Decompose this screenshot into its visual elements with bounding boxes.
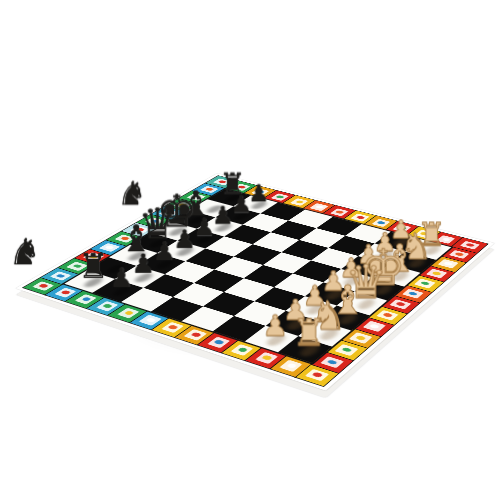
piece-white-rook: ♜ xyxy=(258,316,359,350)
track-cell xyxy=(246,347,287,368)
track-cell xyxy=(130,311,170,330)
product-photo-scene: ♜♞♝♛♚♝♞♜♟♟♟♟♟♟♟♟♟♟♟♟♟♟♟♟♜♞♝♛♚♝♞♜ xyxy=(0,0,500,500)
piece-black-pawn: ♟ xyxy=(74,266,167,291)
